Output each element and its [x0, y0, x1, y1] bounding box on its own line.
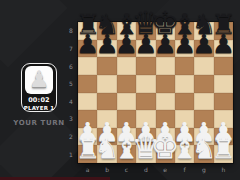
- file-label-d: d: [136, 166, 155, 173]
- piece-white-rook-h1[interactable]: ♜: [207, 135, 240, 163]
- file-label-a: a: [78, 166, 97, 173]
- board-pieces: ♜♞♝♛♚♝♞♜♟♟♟♟♟♟♟♟♟♟♟♟♟♟♟♟♜♞♝♛♚♝♞♜: [78, 22, 233, 163]
- file-label-c: c: [117, 166, 136, 173]
- player-name: PLAYER 1: [24, 105, 55, 111]
- rank-label-5: 5: [66, 75, 76, 93]
- piece-cell-h1: ♜: [214, 145, 233, 163]
- white-pawn-icon: ♟: [29, 68, 50, 91]
- accent-strip: [0, 177, 110, 180]
- file-label-f: f: [175, 166, 194, 173]
- chess-board: ♜♞♝♛♚♝♞♜♟♟♟♟♟♟♟♟♟♟♟♟♟♟♟♟♜♞♝♛♚♝♞♜: [78, 22, 233, 163]
- rank-label-6: 6: [66, 57, 76, 75]
- backdrop-diamond: [0, 0, 67, 67]
- file-label-b: b: [97, 166, 116, 173]
- file-label-g: g: [194, 166, 213, 173]
- piece-black-pawn-h7[interactable]: ♟: [207, 31, 240, 57]
- player-card: ♟ 00:02 PLAYER 1: [21, 63, 57, 112]
- player-avatar: ♟: [25, 66, 53, 94]
- file-label-h: h: [214, 166, 233, 173]
- piece-cell-h7: ♟: [214, 40, 233, 58]
- player-timer: 00:02: [28, 96, 50, 104]
- file-labels: abcdefgh: [78, 166, 233, 173]
- turn-indicator: YOUR TURN: [6, 119, 72, 127]
- file-label-e: e: [156, 166, 175, 173]
- chess-game-screen: ♟ 00:02 PLAYER 1 YOUR TURN 87654321 ♜♞♝♛…: [0, 0, 240, 180]
- rank-label-4: 4: [66, 93, 76, 111]
